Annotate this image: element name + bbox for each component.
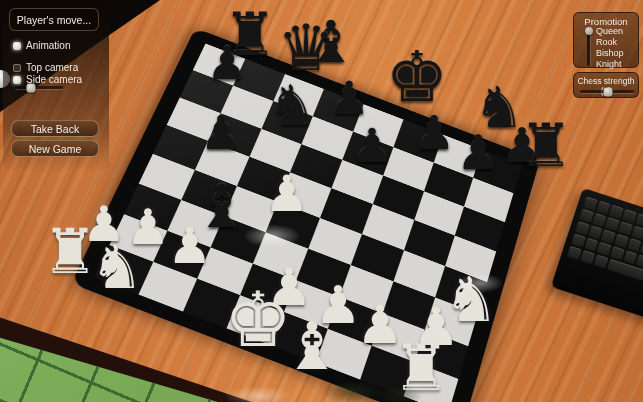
keyboard-key [635,213,643,227]
keyboard-key [610,246,624,260]
strength-slider-knob[interactable] [604,87,613,96]
keyboard-key [583,196,597,210]
keyboard-key [579,209,593,223]
checkbox-top-camera[interactable]: Top camera [13,62,78,73]
keyboard-key [614,234,628,248]
chess-app-window: { "game": "chess", "app_title": "Chess",… [0,0,643,402]
black-knight-c6[interactable]: ♞ [267,78,317,134]
keyboard-key [580,250,595,264]
keyboard-key [605,217,619,231]
promotion-slider[interactable] [587,30,590,66]
keyboard-key [601,229,615,243]
promotion-panel: Promotion QueenRookBishopKnight [573,12,639,68]
white-pawn-d4[interactable]: ♟ [265,169,310,219]
camera-angle-slider[interactable] [15,86,63,89]
white-rook-h1[interactable]: ♜ [392,336,449,400]
white-bishop-f1[interactable]: ♝ [282,314,341,380]
checkbox-animation[interactable]: Animation [13,40,70,51]
black-pawn-b5[interactable]: ♟ [200,109,242,156]
black-pawn-g7[interactable]: ♟ [456,128,499,176]
checkbox-mark[interactable] [13,76,21,84]
take-back-button[interactable]: Take Back [11,120,99,137]
promotion-option-bishop[interactable]: Bishop [596,48,624,58]
checkbox-mark[interactable] [13,64,21,72]
keyboard-key [575,221,589,235]
promotion-option-queen[interactable]: Queen [596,26,623,36]
white-pawn-c2[interactable]: ♟ [168,221,213,271]
keyboard-key [571,233,585,247]
left-control-panel: Player's move... AnimationTop cameraSide… [3,0,109,172]
black-pawn-d7[interactable]: ♟ [328,75,369,121]
keyboard-key [588,225,602,239]
keyboard-key [627,238,641,252]
keyboard-key [609,205,623,219]
keyboard-key [594,254,609,268]
new-game-button[interactable]: New Game [11,140,99,157]
black-pawn-e6[interactable]: ♟ [351,122,393,169]
camera-angle-slider-knob[interactable] [26,83,35,92]
checkbox-label: Top camera [26,62,78,73]
promotion-option-rook[interactable]: Rook [596,37,617,47]
keyboard-key [618,221,632,235]
keyboard-key [597,242,611,256]
black-king-e8[interactable]: ♚ [386,42,449,112]
checkbox-mark[interactable] [13,42,21,50]
black-queen-b8[interactable]: ♛ [277,16,334,80]
black-pawn-f7[interactable]: ♟ [413,109,455,156]
checkbox-label: Animation [26,40,70,51]
checkbox-side-camera[interactable]: Side camera [13,74,82,85]
keyboard-key [622,209,636,223]
strength-slider[interactable] [580,90,634,93]
keyboard-key [596,201,610,215]
keyboard-key [631,226,643,240]
black-rook-h8[interactable]: ♜ [519,115,573,175]
keyboard-key [623,250,637,264]
reflection-glow [223,386,293,402]
black-pawn-a7[interactable]: ♟ [206,40,247,86]
status-message: Player's move... [9,8,99,31]
keyboard-key [592,213,606,227]
keyboard-key [567,246,582,260]
promotion-option-knight[interactable]: Knight [596,59,622,69]
promotion-slider-knob[interactable] [585,27,593,35]
strength-panel: Chess strength (3) [573,72,639,98]
white-knight-b1[interactable]: ♞ [90,237,144,297]
keyboard-key [584,238,598,252]
